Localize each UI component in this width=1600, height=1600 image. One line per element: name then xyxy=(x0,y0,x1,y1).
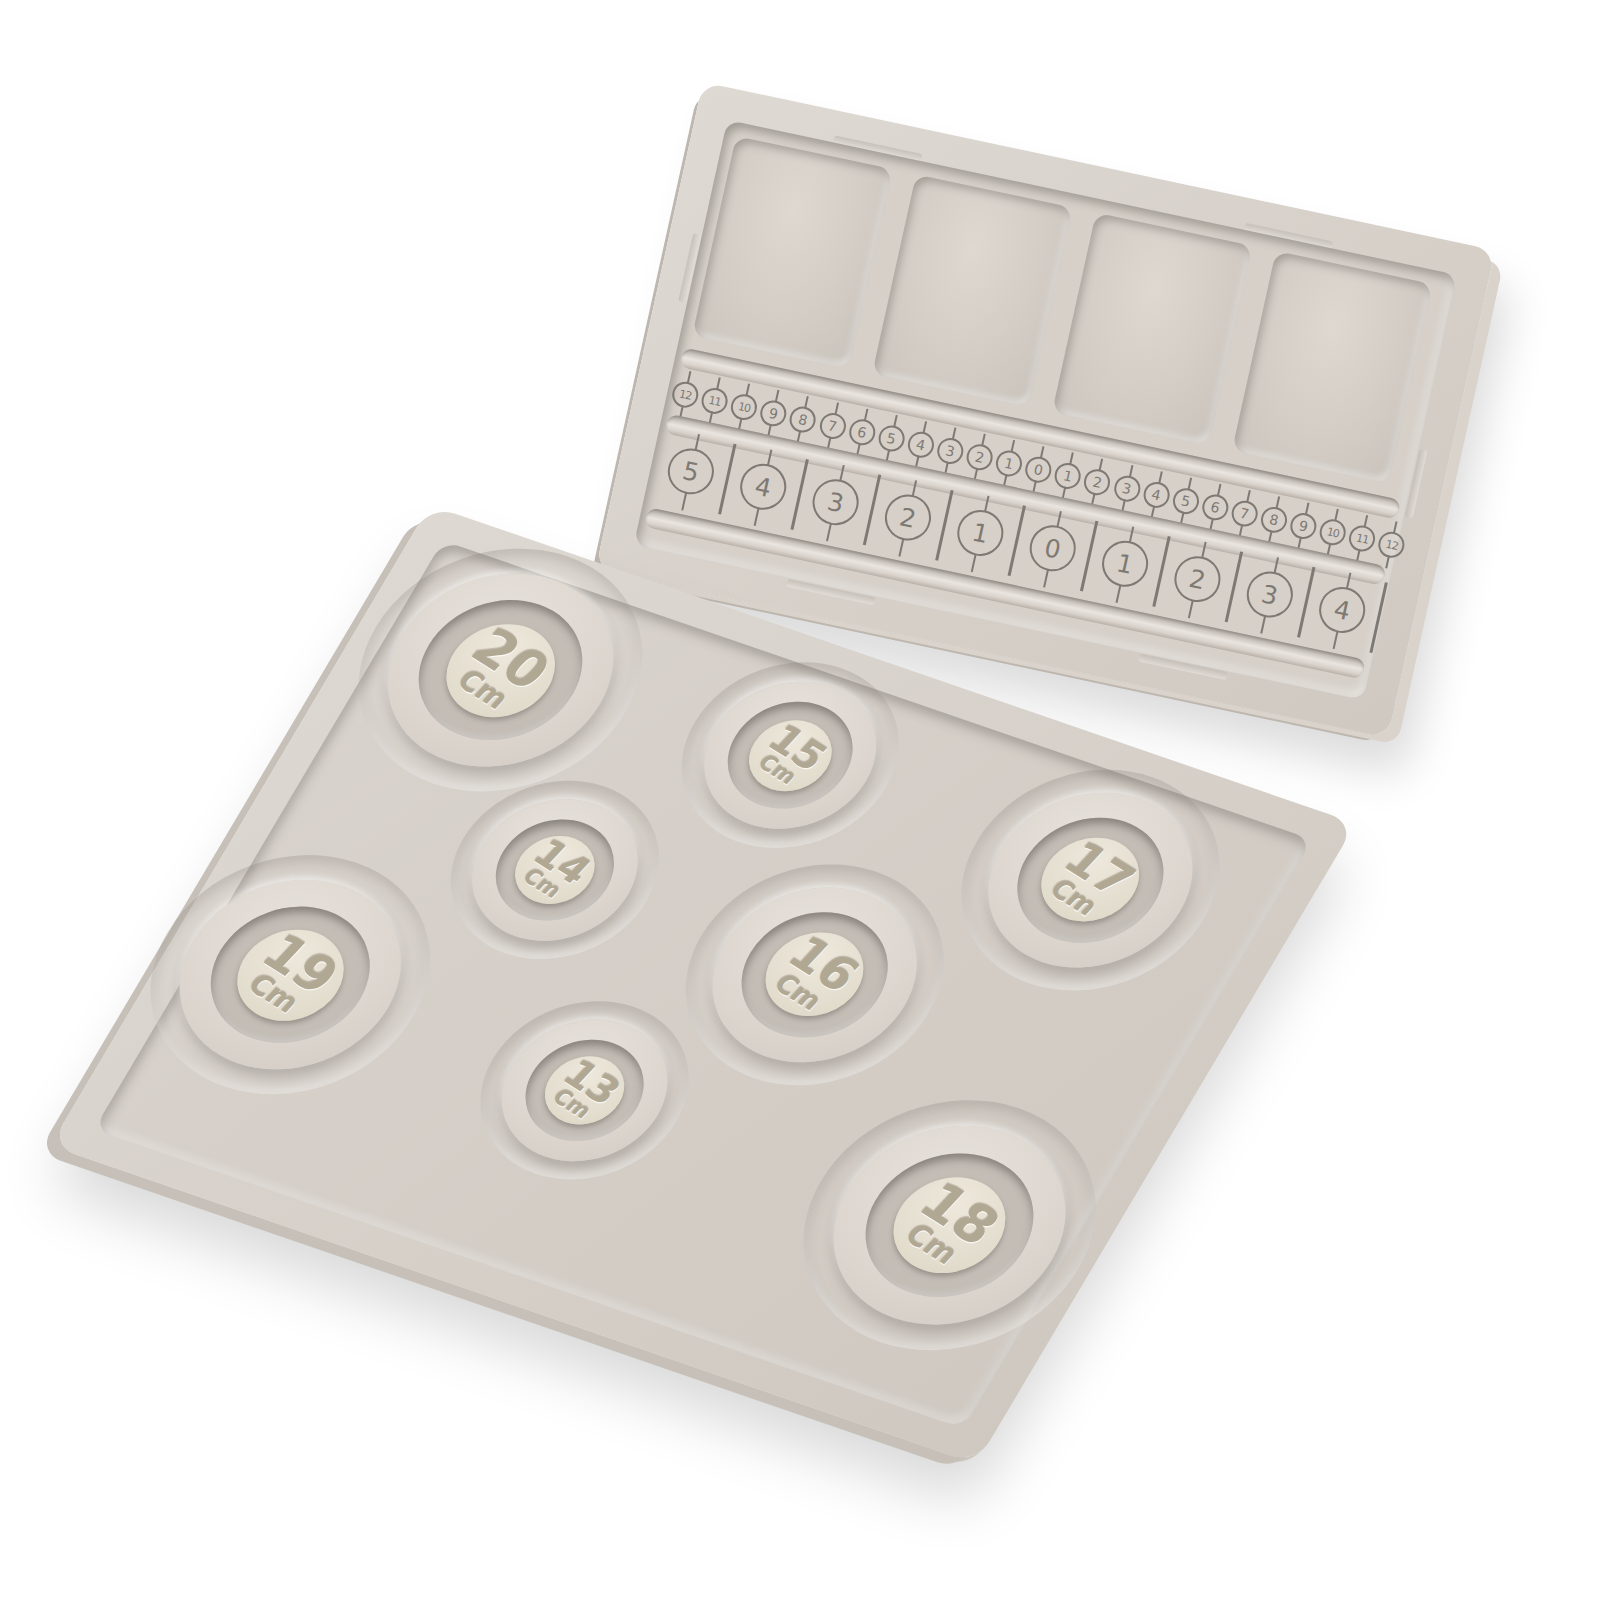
scale-number: 3 xyxy=(808,475,863,529)
scale-tick xyxy=(834,402,839,414)
scale-number: 5 xyxy=(876,423,907,454)
scale-tick xyxy=(1070,452,1075,464)
necklace-scale-mark: 5 xyxy=(876,423,907,454)
scale-tick xyxy=(981,434,986,446)
scale-number: 5 xyxy=(1170,486,1201,517)
scale-tick xyxy=(826,523,832,541)
necklace-scale-mark: 8 xyxy=(787,404,818,435)
bead-compartment xyxy=(692,136,893,369)
scale-tick xyxy=(952,427,957,439)
scale-tick xyxy=(716,377,721,389)
necklace-scale-mark: 2 xyxy=(1082,467,1113,498)
scale-tick xyxy=(1099,459,1104,471)
scale-divider xyxy=(1297,567,1315,638)
bracelet-scale-mark: 5 xyxy=(663,444,718,498)
necklace-scale-mark: 5 xyxy=(1170,486,1201,517)
scale-number: 8 xyxy=(787,404,818,435)
necklace-scale-mark: 9 xyxy=(1288,511,1319,542)
scale-tick xyxy=(1040,446,1045,458)
scale-divider xyxy=(718,444,736,515)
scale-tick xyxy=(1393,521,1398,533)
scale-number: 2 xyxy=(1170,552,1225,606)
bracelet-scale-mark: 2 xyxy=(1170,552,1225,606)
scale-number: 6 xyxy=(846,417,877,448)
necklace-scale-mark: 2 xyxy=(964,442,995,473)
scale-tick xyxy=(754,508,760,526)
scale-tick xyxy=(1188,600,1194,618)
scale-number: 10 xyxy=(1317,517,1348,548)
scale-number: 3 xyxy=(1242,567,1297,621)
necklace-scale-mark: 0 xyxy=(1023,454,1054,485)
scale-number: 8 xyxy=(1258,504,1289,535)
scale-tick xyxy=(1246,490,1251,502)
bracelet-scale-mark: 4 xyxy=(1315,583,1370,637)
scale-number: 12 xyxy=(670,379,701,410)
bracelet-scale-mark: 1 xyxy=(953,506,1008,560)
scale-number: 11 xyxy=(1347,523,1378,554)
scale-number: 1 xyxy=(1052,461,1083,492)
scale-number: 1 xyxy=(1098,537,1153,591)
scale-number: 6 xyxy=(1200,492,1231,523)
scale-number: 4 xyxy=(905,429,936,460)
necklace-scale-mark: 9 xyxy=(758,398,789,429)
scale-tick xyxy=(1364,515,1369,527)
scale-number: 2 xyxy=(881,490,936,544)
scale-number: 9 xyxy=(1288,511,1319,542)
necklace-scale-mark: 11 xyxy=(1347,523,1378,554)
scale-number: 2 xyxy=(964,442,995,473)
necklace-scale-mark: 6 xyxy=(846,417,877,448)
necklace-scale-mark: 3 xyxy=(1111,473,1142,504)
scale-tick xyxy=(971,554,977,572)
scale-tick xyxy=(863,409,868,421)
scale-divider xyxy=(790,459,808,530)
scale-tick xyxy=(1116,585,1122,603)
scale-tick xyxy=(1276,496,1281,508)
necklace-scale-mark: 12 xyxy=(1376,530,1407,561)
scale-number: 3 xyxy=(935,436,966,467)
scale-tick xyxy=(1011,440,1016,452)
scale-divider xyxy=(863,474,881,545)
top-tray-floor: 1211109876543210123456789101112 54321012… xyxy=(634,120,1457,700)
scale-tick xyxy=(1187,477,1192,489)
scale-tick xyxy=(1333,631,1339,649)
necklace-scale-mark: 3 xyxy=(935,436,966,467)
scale-number: 7 xyxy=(817,411,848,442)
scale-tick xyxy=(1334,509,1339,521)
scale-tick xyxy=(1043,570,1049,588)
scale-tick xyxy=(1386,555,1391,568)
scale-divider xyxy=(1008,505,1026,576)
bracelet-scale-mark: 0 xyxy=(1025,521,1080,575)
scale-tick xyxy=(687,371,692,383)
scale-number: 10 xyxy=(729,392,760,423)
scale-number: 0 xyxy=(1023,454,1054,485)
scale-tick xyxy=(1305,503,1310,515)
scale-divider xyxy=(1225,551,1243,622)
bead-compartment xyxy=(1052,213,1253,446)
necklace-scale-mark: 10 xyxy=(1317,517,1348,548)
scale-number: 5 xyxy=(663,444,718,498)
scale-divider xyxy=(1080,521,1098,592)
scale-tick xyxy=(1158,471,1163,483)
scale-tick xyxy=(775,390,780,402)
scale-number: 4 xyxy=(1141,479,1172,510)
scale-tick xyxy=(805,396,810,408)
scale-number: 7 xyxy=(1229,498,1260,529)
scale-number: 3 xyxy=(1111,473,1142,504)
necklace-scale-mark: 12 xyxy=(670,379,701,410)
bead-compartment xyxy=(1232,251,1433,484)
scale-tick xyxy=(1260,616,1266,634)
necklace-scale-mark: 7 xyxy=(1229,498,1260,529)
bracelet-scale-mark: 4 xyxy=(736,460,791,514)
necklace-scale-mark: 10 xyxy=(729,392,760,423)
scale-number: 12 xyxy=(1376,530,1407,561)
scale-divider xyxy=(935,490,953,561)
scale-number: 2 xyxy=(1082,467,1113,498)
necklace-scale-mark: 1 xyxy=(1052,461,1083,492)
scale-tick xyxy=(681,493,687,511)
scale-number: 4 xyxy=(736,460,791,514)
scale-tick xyxy=(893,415,898,427)
compartment-row xyxy=(727,120,1457,275)
scale-number: 1 xyxy=(994,448,1025,479)
bracelet-scale-mark: 1 xyxy=(1098,537,1153,591)
bracelet-scale-mark: 3 xyxy=(1242,567,1297,621)
scale-divider xyxy=(1369,582,1387,653)
bead-compartment xyxy=(872,174,1073,407)
bracelet-scale-mark: 3 xyxy=(808,475,863,529)
necklace-scale-mark: 7 xyxy=(817,411,848,442)
necklace-scale-mark: 4 xyxy=(905,429,936,460)
scale-tick xyxy=(898,539,904,557)
scale-number: 4 xyxy=(1315,583,1370,637)
necklace-scale-mark: 11 xyxy=(699,386,730,417)
scale-tick xyxy=(746,384,751,396)
scale-divider xyxy=(1152,536,1170,607)
scale-number: 0 xyxy=(1025,521,1080,575)
necklace-scale-mark: 8 xyxy=(1258,504,1289,535)
necklace-scale-mark: 1 xyxy=(994,448,1025,479)
scale-number: 1 xyxy=(953,506,1008,560)
scale-number: 11 xyxy=(699,386,730,417)
scale-tick xyxy=(922,421,927,433)
scale-tick xyxy=(1217,484,1222,496)
necklace-scale-mark: 6 xyxy=(1200,492,1231,523)
product-photo: 1211109876543210123456789101112 54321012… xyxy=(0,0,1600,1600)
scale-number: 9 xyxy=(758,398,789,429)
bracelet-scale-mark: 2 xyxy=(881,490,936,544)
scale-tick xyxy=(1128,465,1133,477)
necklace-scale-mark: 4 xyxy=(1141,479,1172,510)
